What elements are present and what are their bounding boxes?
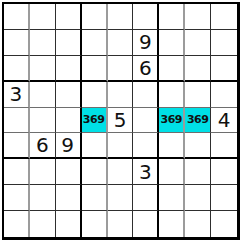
- cell-r8c1[interactable]: [4, 185, 30, 211]
- cell-r4c4[interactable]: [82, 82, 108, 108]
- cell-r3c7[interactable]: [159, 56, 185, 82]
- cell-r2c4[interactable]: [82, 30, 108, 56]
- cell-r4c8[interactable]: [185, 82, 211, 108]
- cell-r8c4[interactable]: [82, 185, 108, 211]
- cell-r8c5[interactable]: [108, 185, 134, 211]
- cell-r8c2[interactable]: [30, 185, 56, 211]
- cell-r5c4[interactable]: 369: [82, 108, 108, 134]
- cell-r1c2[interactable]: [30, 4, 56, 30]
- cell-r9c8[interactable]: [185, 211, 211, 237]
- cell-r5c2[interactable]: [30, 108, 56, 134]
- cell-r6c6[interactable]: [133, 133, 159, 159]
- cell-r3c2[interactable]: [30, 56, 56, 82]
- cell-r1c1[interactable]: [4, 4, 30, 30]
- cell-r1c6[interactable]: [133, 4, 159, 30]
- cell-r2c3[interactable]: [56, 30, 82, 56]
- cell-r1c7[interactable]: [159, 4, 185, 30]
- cell-r3c9[interactable]: [211, 56, 237, 82]
- cell-r3c8[interactable]: [185, 56, 211, 82]
- cell-r4c6[interactable]: [133, 82, 159, 108]
- cell-r5c9[interactable]: 4: [211, 108, 237, 134]
- cell-r9c3[interactable]: [56, 211, 82, 237]
- cell-r9c2[interactable]: [30, 211, 56, 237]
- cell-r4c9[interactable]: [211, 82, 237, 108]
- cell-r1c8[interactable]: [185, 4, 211, 30]
- cell-r7c6[interactable]: 3: [133, 159, 159, 185]
- cell-r9c7[interactable]: [159, 211, 185, 237]
- cell-r8c3[interactable]: [56, 185, 82, 211]
- cell-r9c4[interactable]: [82, 211, 108, 237]
- cell-r9c9[interactable]: [211, 211, 237, 237]
- cell-r4c1[interactable]: 3: [4, 82, 30, 108]
- cell-r5c5[interactable]: 5: [108, 108, 134, 134]
- cell-r3c3[interactable]: [56, 56, 82, 82]
- cell-r2c1[interactable]: [4, 30, 30, 56]
- cell-r6c8[interactable]: [185, 133, 211, 159]
- cell-r1c3[interactable]: [56, 4, 82, 30]
- cell-r6c1[interactable]: [4, 133, 30, 159]
- cell-r2c5[interactable]: [108, 30, 134, 56]
- cell-r7c8[interactable]: [185, 159, 211, 185]
- cell-r1c5[interactable]: [108, 4, 134, 30]
- cell-r2c2[interactable]: [30, 30, 56, 56]
- cell-r3c1[interactable]: [4, 56, 30, 82]
- sudoku-board: 96336953693694693: [2, 2, 240, 240]
- cell-r6c4[interactable]: [82, 133, 108, 159]
- cell-r5c6[interactable]: [133, 108, 159, 134]
- cell-r8c6[interactable]: [133, 185, 159, 211]
- cell-r6c5[interactable]: [108, 133, 134, 159]
- cell-r7c9[interactable]: [211, 159, 237, 185]
- cell-r5c1[interactable]: [4, 108, 30, 134]
- cell-r3c5[interactable]: [108, 56, 134, 82]
- cell-r4c3[interactable]: [56, 82, 82, 108]
- cell-r2c9[interactable]: [211, 30, 237, 56]
- cell-r4c5[interactable]: [108, 82, 134, 108]
- cell-r3c4[interactable]: [82, 56, 108, 82]
- cell-r8c8[interactable]: [185, 185, 211, 211]
- cell-r9c6[interactable]: [133, 211, 159, 237]
- cell-r3c6[interactable]: 6: [133, 56, 159, 82]
- cell-r6c3[interactable]: 9: [56, 133, 82, 159]
- cell-r6c2[interactable]: 6: [30, 133, 56, 159]
- cell-r7c4[interactable]: [82, 159, 108, 185]
- cell-r4c2[interactable]: [30, 82, 56, 108]
- cell-r7c5[interactable]: [108, 159, 134, 185]
- cell-r6c7[interactable]: [159, 133, 185, 159]
- cell-r2c7[interactable]: [159, 30, 185, 56]
- cell-r7c2[interactable]: [30, 159, 56, 185]
- cell-r5c3[interactable]: [56, 108, 82, 134]
- cell-r9c5[interactable]: [108, 211, 134, 237]
- cell-r7c7[interactable]: [159, 159, 185, 185]
- cell-r4c7[interactable]: [159, 82, 185, 108]
- cell-r6c9[interactable]: [211, 133, 237, 159]
- cell-r9c1[interactable]: [4, 211, 30, 237]
- cell-r2c8[interactable]: [185, 30, 211, 56]
- cell-r2c6[interactable]: 9: [133, 30, 159, 56]
- cell-r7c3[interactable]: [56, 159, 82, 185]
- cell-r1c4[interactable]: [82, 4, 108, 30]
- cell-r7c1[interactable]: [4, 159, 30, 185]
- cell-r1c9[interactable]: [211, 4, 237, 30]
- cell-r5c8[interactable]: 369: [185, 108, 211, 134]
- cell-r8c9[interactable]: [211, 185, 237, 211]
- cell-r5c7[interactable]: 369: [159, 108, 185, 134]
- cell-r8c7[interactable]: [159, 185, 185, 211]
